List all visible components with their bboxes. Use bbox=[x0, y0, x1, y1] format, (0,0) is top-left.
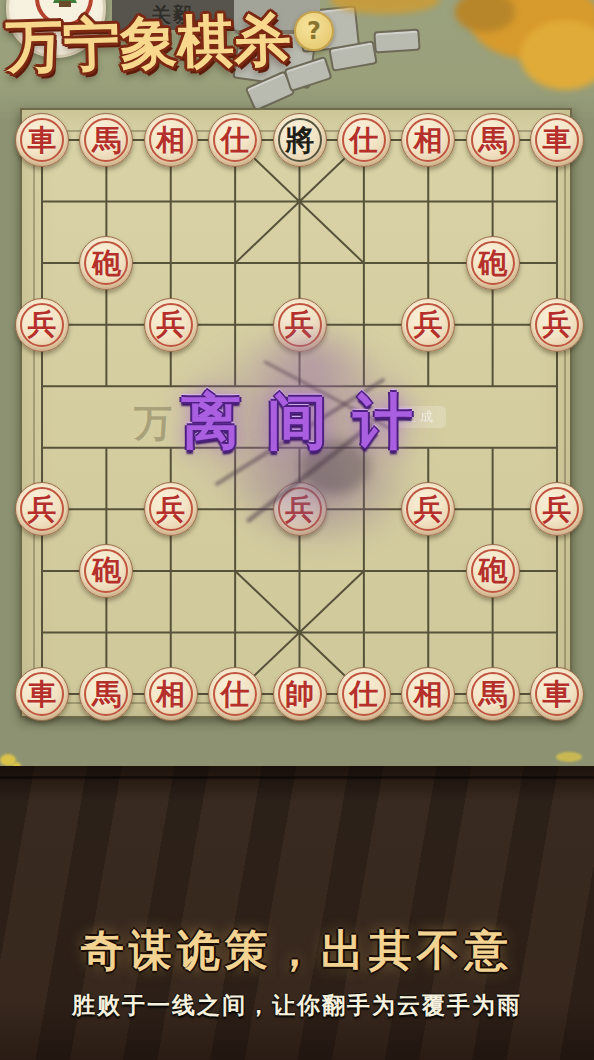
piece-character: 兵 bbox=[156, 495, 185, 524]
piece-character: 兵 bbox=[414, 495, 443, 524]
piece-兵-r3c8[interactable]: 兵 bbox=[530, 298, 584, 352]
piece-character: 砲 bbox=[92, 249, 121, 278]
piece-character: 兵 bbox=[543, 310, 572, 339]
piece-相-r0c2[interactable]: 相 bbox=[144, 113, 198, 167]
piece-character: 車 bbox=[28, 680, 57, 709]
piece-車-r0c0[interactable]: 車 bbox=[15, 113, 69, 167]
piece-character: 馬 bbox=[478, 680, 507, 709]
piece-兵-r6c4[interactable]: 兵 bbox=[273, 482, 327, 536]
stone-path-tile bbox=[373, 28, 420, 53]
piece-character: 車 bbox=[28, 126, 57, 155]
piece-兵-r3c2[interactable]: 兵 bbox=[144, 298, 198, 352]
piece-character: 將 bbox=[285, 126, 314, 155]
piece-character: 馬 bbox=[478, 126, 507, 155]
piece-兵-r3c0[interactable]: 兵 bbox=[15, 298, 69, 352]
piece-character: 相 bbox=[414, 680, 443, 709]
tree-trunk bbox=[59, 1, 71, 7]
piece-兵-r6c2[interactable]: 兵 bbox=[144, 482, 198, 536]
piece-仕-r0c5[interactable]: 仕 bbox=[337, 113, 391, 167]
piece-馬-r0c7[interactable]: 馬 bbox=[466, 113, 520, 167]
piece-車-r0c8[interactable]: 車 bbox=[530, 113, 584, 167]
piece-仕-r9c5[interactable]: 仕 bbox=[337, 667, 391, 721]
piece-兵-r3c6[interactable]: 兵 bbox=[401, 298, 455, 352]
piece-character: 仕 bbox=[349, 680, 378, 709]
river-watermark: 万 bbox=[134, 398, 172, 449]
yellow-flower bbox=[556, 752, 582, 762]
game-screen: ★ 关毅 ? 万宁象棋杀 万 五成 車馬相仕將仕相馬車砲砲兵兵兵兵兵兵兵兵兵兵砲… bbox=[0, 0, 594, 1060]
banner-headline: 奇谋诡策，出其不意 bbox=[0, 922, 594, 980]
piece-character: 砲 bbox=[478, 249, 507, 278]
piece-將-r0c4[interactable]: 將 bbox=[273, 113, 327, 167]
piece-馬-r9c7[interactable]: 馬 bbox=[466, 667, 520, 721]
piece-character: 馬 bbox=[92, 680, 121, 709]
piece-車-r9c0[interactable]: 車 bbox=[15, 667, 69, 721]
game-logo: 万宁象棋杀 bbox=[5, 4, 327, 81]
banner-subline: 胜败于一线之间，让你翻手为云覆手为雨 bbox=[0, 990, 594, 1021]
piece-character: 相 bbox=[414, 126, 443, 155]
piece-character: 兵 bbox=[28, 310, 57, 339]
piece-character: 車 bbox=[543, 680, 572, 709]
piece-character: 兵 bbox=[285, 310, 314, 339]
piece-砲-r7c1[interactable]: 砲 bbox=[79, 544, 133, 598]
bottom-banner: 奇谋诡策，出其不意 胜败于一线之间，让你翻手为云覆手为雨 bbox=[0, 766, 594, 1060]
piece-character: 相 bbox=[156, 680, 185, 709]
wood-edge-shadow bbox=[0, 776, 594, 779]
piece-兵-r3c4[interactable]: 兵 bbox=[273, 298, 327, 352]
piece-相-r9c2[interactable]: 相 bbox=[144, 667, 198, 721]
piece-character: 仕 bbox=[221, 126, 250, 155]
river-stamp: 五成 bbox=[394, 406, 446, 428]
piece-砲-r7c7[interactable]: 砲 bbox=[466, 544, 520, 598]
piece-兵-r6c0[interactable]: 兵 bbox=[15, 482, 69, 536]
piece-character: 砲 bbox=[92, 556, 121, 585]
board-grid bbox=[22, 110, 574, 720]
piece-相-r0c6[interactable]: 相 bbox=[401, 113, 455, 167]
piece-character: 仕 bbox=[349, 126, 378, 155]
piece-character: 仕 bbox=[221, 680, 250, 709]
piece-相-r9c6[interactable]: 相 bbox=[401, 667, 455, 721]
piece-仕-r0c3[interactable]: 仕 bbox=[208, 113, 262, 167]
piece-character: 兵 bbox=[414, 310, 443, 339]
piece-character: 砲 bbox=[478, 556, 507, 585]
xiangqi-board[interactable]: 万 五成 車馬相仕將仕相馬車砲砲兵兵兵兵兵兵兵兵兵兵砲砲車馬相仕帥仕相馬車 bbox=[20, 108, 572, 718]
piece-帥-r9c4[interactable]: 帥 bbox=[273, 667, 327, 721]
piece-character: 兵 bbox=[285, 495, 314, 524]
piece-兵-r6c8[interactable]: 兵 bbox=[530, 482, 584, 536]
piece-馬-r0c1[interactable]: 馬 bbox=[79, 113, 133, 167]
piece-character: 車 bbox=[543, 126, 572, 155]
piece-character: 兵 bbox=[543, 495, 572, 524]
piece-character: 相 bbox=[156, 126, 185, 155]
piece-character: 兵 bbox=[28, 495, 57, 524]
piece-character: 馬 bbox=[92, 126, 121, 155]
piece-車-r9c8[interactable]: 車 bbox=[530, 667, 584, 721]
autumn-foliage bbox=[520, 20, 594, 90]
piece-砲-r2c7[interactable]: 砲 bbox=[466, 236, 520, 290]
piece-仕-r9c3[interactable]: 仕 bbox=[208, 667, 262, 721]
piece-character: 帥 bbox=[285, 680, 314, 709]
piece-character: 兵 bbox=[156, 310, 185, 339]
